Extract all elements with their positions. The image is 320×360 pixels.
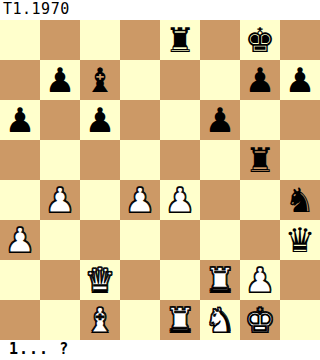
square-f7[interactable] xyxy=(200,60,240,100)
black-king: ♚ xyxy=(245,20,275,60)
square-a7[interactable] xyxy=(0,60,40,100)
black-pawn: ♟ xyxy=(85,100,115,140)
square-d1[interactable] xyxy=(120,300,160,340)
white-bishop: ♝ xyxy=(85,300,115,340)
black-rook: ♜ xyxy=(165,20,195,60)
square-a6[interactable]: ♟ xyxy=(0,100,40,140)
black-queen: ♛ xyxy=(285,220,315,260)
white-rook: ♜ xyxy=(205,260,235,300)
square-e5[interactable] xyxy=(160,140,200,180)
square-b2[interactable] xyxy=(40,260,80,300)
square-f6[interactable]: ♟ xyxy=(200,100,240,140)
square-b7[interactable]: ♟ xyxy=(40,60,80,100)
square-c2[interactable]: ♛ xyxy=(80,260,120,300)
square-d2[interactable] xyxy=(120,260,160,300)
square-a5[interactable] xyxy=(0,140,40,180)
black-pawn: ♟ xyxy=(205,100,235,140)
square-a3[interactable]: ♟ xyxy=(0,220,40,260)
square-f5[interactable] xyxy=(200,140,240,180)
square-e6[interactable] xyxy=(160,100,200,140)
square-e3[interactable] xyxy=(160,220,200,260)
white-rook: ♜ xyxy=(165,300,195,340)
square-b3[interactable] xyxy=(40,220,80,260)
square-f4[interactable] xyxy=(200,180,240,220)
square-b4[interactable]: ♟ xyxy=(40,180,80,220)
puzzle-title: T1.1970 xyxy=(0,0,320,20)
square-e8[interactable]: ♜ xyxy=(160,20,200,60)
square-h3[interactable]: ♛ xyxy=(280,220,320,260)
square-g7[interactable]: ♟ xyxy=(240,60,280,100)
white-king: ♚ xyxy=(245,300,275,340)
square-b1[interactable] xyxy=(40,300,80,340)
square-g8[interactable]: ♚ xyxy=(240,20,280,60)
square-c8[interactable] xyxy=(80,20,120,60)
square-f3[interactable] xyxy=(200,220,240,260)
black-bishop: ♝ xyxy=(85,60,115,100)
square-b5[interactable] xyxy=(40,140,80,180)
square-h2[interactable] xyxy=(280,260,320,300)
square-g6[interactable] xyxy=(240,100,280,140)
square-a2[interactable] xyxy=(0,260,40,300)
square-h4[interactable]: ♞ xyxy=(280,180,320,220)
white-pawn: ♟ xyxy=(45,180,75,220)
square-a4[interactable] xyxy=(0,180,40,220)
square-d6[interactable] xyxy=(120,100,160,140)
move-prompt: 1... ? xyxy=(0,340,320,360)
square-b6[interactable] xyxy=(40,100,80,140)
square-f2[interactable]: ♜ xyxy=(200,260,240,300)
chess-puzzle-page: T1.1970 ♜♚♟♝♟♟♟♟♟♜♟♟♟♞♟♛♛♜♟♝♜♞♚ 1... ? xyxy=(0,0,320,360)
square-e4[interactable]: ♟ xyxy=(160,180,200,220)
square-b8[interactable] xyxy=(40,20,80,60)
square-e1[interactable]: ♜ xyxy=(160,300,200,340)
square-h8[interactable] xyxy=(280,20,320,60)
square-c3[interactable] xyxy=(80,220,120,260)
square-h7[interactable]: ♟ xyxy=(280,60,320,100)
black-pawn: ♟ xyxy=(245,60,275,100)
square-g5[interactable]: ♜ xyxy=(240,140,280,180)
square-c1[interactable]: ♝ xyxy=(80,300,120,340)
square-c5[interactable] xyxy=(80,140,120,180)
square-d8[interactable] xyxy=(120,20,160,60)
chess-board: ♜♚♟♝♟♟♟♟♟♜♟♟♟♞♟♛♛♜♟♝♜♞♚ xyxy=(0,20,320,340)
square-a1[interactable] xyxy=(0,300,40,340)
square-g3[interactable] xyxy=(240,220,280,260)
square-h5[interactable] xyxy=(280,140,320,180)
square-g1[interactable]: ♚ xyxy=(240,300,280,340)
white-pawn: ♟ xyxy=(245,260,275,300)
square-e2[interactable] xyxy=(160,260,200,300)
white-queen: ♛ xyxy=(85,260,115,300)
square-d5[interactable] xyxy=(120,140,160,180)
black-pawn: ♟ xyxy=(5,100,35,140)
square-c7[interactable]: ♝ xyxy=(80,60,120,100)
square-c6[interactable]: ♟ xyxy=(80,100,120,140)
white-pawn: ♟ xyxy=(165,180,195,220)
black-pawn: ♟ xyxy=(285,60,315,100)
square-a8[interactable] xyxy=(0,20,40,60)
square-g4[interactable] xyxy=(240,180,280,220)
square-h6[interactable] xyxy=(280,100,320,140)
square-f1[interactable]: ♞ xyxy=(200,300,240,340)
square-d4[interactable]: ♟ xyxy=(120,180,160,220)
square-f8[interactable] xyxy=(200,20,240,60)
white-pawn: ♟ xyxy=(125,180,155,220)
black-knight: ♞ xyxy=(285,180,315,220)
white-knight: ♞ xyxy=(205,300,235,340)
black-rook: ♜ xyxy=(245,140,275,180)
square-g2[interactable]: ♟ xyxy=(240,260,280,300)
square-h1[interactable] xyxy=(280,300,320,340)
white-pawn: ♟ xyxy=(5,220,35,260)
square-c4[interactable] xyxy=(80,180,120,220)
square-d3[interactable] xyxy=(120,220,160,260)
square-e7[interactable] xyxy=(160,60,200,100)
square-d7[interactable] xyxy=(120,60,160,100)
black-pawn: ♟ xyxy=(45,60,75,100)
